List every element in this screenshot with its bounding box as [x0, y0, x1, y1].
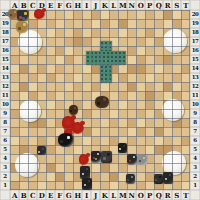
cell-L7[interactable] [109, 127, 118, 136]
cell-K19[interactable] [100, 19, 109, 28]
cell-N13[interactable] [127, 73, 136, 82]
cell-R6[interactable] [163, 136, 172, 145]
cell-T11[interactable] [181, 91, 190, 100]
cell-H13[interactable] [73, 73, 82, 82]
cell-P19[interactable] [145, 19, 154, 28]
cell-B1[interactable] [19, 181, 28, 190]
cell-M14[interactable] [118, 64, 127, 73]
cell-Q12[interactable] [154, 82, 163, 91]
cell-O17[interactable] [136, 37, 145, 46]
cell-N19[interactable] [127, 19, 136, 28]
cell-T7[interactable] [181, 127, 190, 136]
cell-F13[interactable] [55, 73, 64, 82]
cell-T13[interactable] [181, 73, 190, 82]
cell-S19[interactable] [172, 19, 181, 28]
cell-O12[interactable] [136, 82, 145, 91]
piece-spider-K10[interactable] [95, 96, 109, 108]
cell-Q14[interactable] [154, 64, 163, 73]
cell-L10[interactable] [109, 100, 118, 109]
cell-N7[interactable] [127, 127, 136, 136]
cell-L1[interactable] [109, 181, 118, 190]
cell-H18[interactable] [73, 28, 82, 37]
cell-M9[interactable] [118, 109, 127, 118]
cell-A5[interactable] [10, 145, 19, 154]
cell-M3[interactable] [118, 163, 127, 172]
cell-I11[interactable] [82, 91, 91, 100]
cell-I12[interactable] [82, 82, 91, 91]
cell-N9[interactable] [127, 109, 136, 118]
cell-G12[interactable] [64, 82, 73, 91]
piece-accent [86, 168, 88, 170]
cell-A14[interactable] [10, 64, 19, 73]
piece-accent [82, 173, 84, 175]
cell-N8[interactable] [127, 118, 136, 127]
cell-A10[interactable] [10, 100, 19, 109]
cell-J2[interactable] [91, 172, 100, 181]
cell-I9[interactable] [82, 109, 91, 118]
cell-B7[interactable] [19, 127, 28, 136]
col-label-H-bottom: H [73, 190, 82, 200]
cell-H1[interactable] [73, 181, 82, 190]
cell-F17[interactable] [55, 37, 64, 46]
piece-accent [97, 102, 100, 105]
cell-Q6[interactable] [154, 136, 163, 145]
cell-J6[interactable] [91, 136, 100, 145]
cell-G20[interactable] [64, 10, 73, 19]
cell-O19[interactable] [136, 19, 145, 28]
cell-T12[interactable] [181, 82, 190, 91]
cell-O9[interactable] [136, 109, 145, 118]
cell-G15[interactable] [64, 55, 73, 64]
cell-L6[interactable] [109, 136, 118, 145]
cell-O7[interactable] [136, 127, 145, 136]
cell-C14[interactable] [28, 64, 37, 73]
cell-L19[interactable] [109, 19, 118, 28]
cell-L3[interactable] [109, 163, 118, 172]
cell-G1[interactable] [64, 181, 73, 190]
blood-splatter-H8 [72, 122, 84, 134]
cell-P14[interactable] [145, 64, 154, 73]
cell-D6[interactable] [37, 136, 46, 145]
cell-Q18[interactable] [154, 28, 163, 37]
cell-O20[interactable] [136, 10, 145, 19]
cell-M10[interactable] [118, 100, 127, 109]
cell-C6[interactable] [28, 136, 37, 145]
cell-O16[interactable] [136, 46, 145, 55]
cell-M18[interactable] [118, 28, 127, 37]
cell-Q7[interactable] [154, 127, 163, 136]
cell-J13[interactable] [91, 73, 100, 82]
cell-E10[interactable] [46, 100, 55, 109]
cell-F2[interactable] [55, 172, 64, 181]
cell-H12[interactable] [73, 82, 82, 91]
cell-E4[interactable] [46, 154, 55, 163]
cell-D8[interactable] [37, 118, 46, 127]
cell-L11[interactable] [109, 91, 118, 100]
cell-N18[interactable] [127, 28, 136, 37]
cell-O18[interactable] [136, 28, 145, 37]
piece-chevron-dark-unit-I1[interactable] [82, 178, 92, 190]
cell-S15[interactable] [172, 55, 181, 64]
cell-F12[interactable] [55, 82, 64, 91]
piece-grey-unit-O4[interactable] [137, 155, 147, 165]
col-label-B-bottom: B [19, 190, 28, 200]
cell-Q13[interactable] [154, 73, 163, 82]
cell-S6[interactable] [172, 136, 181, 145]
cell-A15[interactable] [10, 55, 19, 64]
cell-P7[interactable] [145, 127, 154, 136]
cell-I10[interactable] [82, 100, 91, 109]
cell-M11[interactable] [118, 91, 127, 100]
piece-red-white-unit-N4[interactable] [127, 154, 137, 165]
cell-B15[interactable] [19, 55, 28, 64]
cell-D14[interactable] [37, 64, 46, 73]
cell-R14[interactable] [163, 64, 172, 73]
cell-B14[interactable] [19, 64, 28, 73]
piece-skull-unit-M5[interactable] [118, 143, 127, 153]
cell-E13[interactable] [46, 73, 55, 82]
corner-tile-ne [190, 0, 200, 10]
cell-F11[interactable] [55, 91, 64, 100]
cell-P12[interactable] [145, 82, 154, 91]
cell-I17[interactable] [82, 37, 91, 46]
cell-G18[interactable] [64, 28, 73, 37]
cell-E9[interactable] [46, 109, 55, 118]
cell-M4[interactable] [118, 154, 127, 163]
piece-rubble-pile-B19[interactable] [16, 21, 28, 33]
cell-P10[interactable] [145, 100, 154, 109]
cell-J8[interactable] [91, 118, 100, 127]
cell-H5[interactable] [73, 145, 82, 154]
cell-P18[interactable] [145, 28, 154, 37]
cell-M7[interactable] [118, 127, 127, 136]
cell-D11[interactable] [37, 91, 46, 100]
cell-N15[interactable] [127, 55, 136, 64]
cell-T5[interactable] [181, 145, 190, 154]
cell-F9[interactable] [55, 109, 64, 118]
cell-R15[interactable] [163, 55, 172, 64]
cell-N14[interactable] [127, 64, 136, 73]
cell-P8[interactable] [145, 118, 154, 127]
cell-O14[interactable] [136, 64, 145, 73]
cell-C11[interactable] [28, 91, 37, 100]
cell-O1[interactable] [136, 181, 145, 190]
cell-T14[interactable] [181, 64, 190, 73]
cell-B11[interactable] [19, 91, 28, 100]
cell-H20[interactable] [73, 10, 82, 19]
cell-M13[interactable] [118, 73, 127, 82]
cell-G4[interactable] [64, 154, 73, 163]
cell-F1[interactable] [55, 181, 64, 190]
cell-H16[interactable] [73, 46, 82, 55]
row-label-19-left: 19 [0, 19, 10, 28]
cell-R13[interactable] [163, 73, 172, 82]
cell-F14[interactable] [55, 64, 64, 73]
col-label-A-bottom: A [10, 190, 19, 200]
cell-H17[interactable] [73, 37, 82, 46]
cell-S13[interactable] [172, 73, 181, 82]
cell-J7[interactable] [91, 127, 100, 136]
cell-E20[interactable] [46, 10, 55, 19]
cell-I6[interactable] [82, 136, 91, 145]
cell-A12[interactable] [10, 82, 19, 91]
cell-C15[interactable] [28, 55, 37, 64]
row-label-7-right: 7 [190, 127, 200, 136]
cell-K9[interactable] [100, 109, 109, 118]
cell-L9[interactable] [109, 109, 118, 118]
cell-O11[interactable] [136, 91, 145, 100]
cell-D13[interactable] [37, 73, 46, 82]
cell-C7[interactable] [28, 127, 37, 136]
cell-M8[interactable] [118, 118, 127, 127]
cell-P11[interactable] [145, 91, 154, 100]
cell-J9[interactable] [91, 109, 100, 118]
cell-L8[interactable] [109, 118, 118, 127]
cell-I14[interactable] [82, 64, 91, 73]
cell-I19[interactable] [82, 19, 91, 28]
col-label-L-bottom: L [109, 190, 118, 200]
cell-H19[interactable] [73, 19, 82, 28]
cell-L2[interactable] [109, 172, 118, 181]
cell-D15[interactable] [37, 55, 46, 64]
cell-E15[interactable] [46, 55, 55, 64]
cell-D7[interactable] [37, 127, 46, 136]
cell-G13[interactable] [64, 73, 73, 82]
cell-K20[interactable] [100, 10, 109, 19]
cell-E3[interactable] [46, 163, 55, 172]
cell-E19[interactable] [46, 19, 55, 28]
cell-A1[interactable] [10, 181, 19, 190]
cell-O13[interactable] [136, 73, 145, 82]
cell-L20[interactable] [109, 10, 118, 19]
cell-T15[interactable] [181, 55, 190, 64]
cell-I18[interactable] [82, 28, 91, 37]
cell-C19[interactable] [28, 19, 37, 28]
cell-M12[interactable] [118, 82, 127, 91]
cell-O10[interactable] [136, 100, 145, 109]
piece-speckled-dark-unit-D5[interactable] [37, 146, 46, 155]
col-label-F-bottom: F [55, 190, 64, 200]
cell-E12[interactable] [46, 82, 55, 91]
cell-D19[interactable] [37, 19, 46, 28]
cell-Q16[interactable] [154, 46, 163, 55]
cell-G14[interactable] [64, 64, 73, 73]
cell-N6[interactable] [127, 136, 136, 145]
cell-A13[interactable] [10, 73, 19, 82]
cell-E8[interactable] [46, 118, 55, 127]
cell-J19[interactable] [91, 19, 100, 28]
cell-J14[interactable] [91, 64, 100, 73]
piece-walking-figure-H9[interactable] [69, 105, 78, 115]
cell-T6[interactable] [181, 136, 190, 145]
cell-S7[interactable] [172, 127, 181, 136]
cell-C13[interactable] [28, 73, 37, 82]
cell-O5[interactable] [136, 145, 145, 154]
cell-F4[interactable] [55, 154, 64, 163]
cell-E6[interactable] [46, 136, 55, 145]
cell-L18[interactable] [109, 28, 118, 37]
cell-Q17[interactable] [154, 37, 163, 46]
cell-R20[interactable] [163, 10, 172, 19]
cell-T8[interactable] [181, 118, 190, 127]
cell-K2[interactable] [100, 172, 109, 181]
cell-G2[interactable] [64, 172, 73, 181]
cell-E5[interactable] [46, 145, 55, 154]
cell-G17[interactable] [64, 37, 73, 46]
cell-J12[interactable] [91, 82, 100, 91]
cell-R12[interactable] [163, 82, 172, 91]
cell-J20[interactable] [91, 10, 100, 19]
cell-S14[interactable] [172, 64, 181, 73]
cell-L12[interactable] [109, 82, 118, 91]
piece-dark-mottled-unit-K4[interactable] [101, 151, 112, 163]
cell-S20[interactable] [172, 10, 181, 19]
cell-F10[interactable] [55, 100, 64, 109]
cell-G16[interactable] [64, 46, 73, 55]
cell-G19[interactable] [64, 19, 73, 28]
cell-E7[interactable] [46, 127, 55, 136]
cell-F19[interactable] [55, 19, 64, 28]
cell-E18[interactable] [46, 28, 55, 37]
cell-P5[interactable] [145, 145, 154, 154]
cell-M17[interactable] [118, 37, 127, 46]
cell-I20[interactable] [82, 10, 91, 19]
cell-N10[interactable] [127, 100, 136, 109]
piece-banner-unit-B20[interactable] [17, 10, 29, 21]
piece-spotted-dark-unit-R2[interactable] [163, 172, 173, 184]
cell-B6[interactable] [19, 136, 28, 145]
cell-E14[interactable] [46, 64, 55, 73]
piece-accent [67, 136, 70, 139]
cell-P6[interactable] [145, 136, 154, 145]
cell-A9[interactable] [10, 109, 19, 118]
cell-N11[interactable] [127, 91, 136, 100]
cell-G11[interactable] [64, 91, 73, 100]
cell-P1[interactable] [145, 181, 154, 190]
cell-O6[interactable] [136, 136, 145, 145]
cell-D12[interactable] [37, 82, 46, 91]
cell-B12[interactable] [19, 82, 28, 91]
cell-C1[interactable] [28, 181, 37, 190]
cell-F20[interactable] [55, 10, 64, 19]
piece-red-banner-unit-J4[interactable] [91, 151, 101, 163]
cell-S1[interactable] [172, 181, 181, 190]
cell-D2[interactable] [37, 172, 46, 181]
cell-R7[interactable] [163, 127, 172, 136]
cell-Q20[interactable] [154, 10, 163, 19]
cell-H11[interactable] [73, 91, 82, 100]
cell-K6[interactable] [100, 136, 109, 145]
cell-Q19[interactable] [154, 19, 163, 28]
cell-M19[interactable] [118, 19, 127, 28]
cell-A7[interactable] [10, 127, 19, 136]
cell-N12[interactable] [127, 82, 136, 91]
cell-E1[interactable] [46, 181, 55, 190]
col-label-J-top: J [91, 0, 100, 10]
green-cross-terrain-horizontal [86, 51, 126, 65]
cell-J1[interactable] [91, 181, 100, 190]
cell-K12[interactable] [100, 82, 109, 91]
cell-J18[interactable] [91, 28, 100, 37]
cell-Q11[interactable] [154, 91, 163, 100]
cell-K1[interactable] [100, 181, 109, 190]
cell-B13[interactable] [19, 73, 28, 82]
cell-K8[interactable] [100, 118, 109, 127]
cell-P13[interactable] [145, 73, 154, 82]
cell-K18[interactable] [100, 28, 109, 37]
cell-M20[interactable] [118, 10, 127, 19]
cell-F3[interactable] [55, 163, 64, 172]
cell-A11[interactable] [10, 91, 19, 100]
cell-S12[interactable] [172, 82, 181, 91]
cell-H15[interactable] [73, 55, 82, 64]
cell-T2[interactable] [181, 172, 190, 181]
cell-O2[interactable] [136, 172, 145, 181]
cell-K7[interactable] [100, 127, 109, 136]
cell-C12[interactable] [28, 82, 37, 91]
cell-K3[interactable] [100, 163, 109, 172]
row-label-13-left: 13 [0, 73, 10, 82]
cell-Q15[interactable] [154, 55, 163, 64]
cell-P2[interactable] [145, 172, 154, 181]
piece-black-blob-creature-F6[interactable] [58, 133, 74, 147]
cell-A16[interactable] [10, 46, 19, 55]
cell-A8[interactable] [10, 118, 19, 127]
cell-P9[interactable] [145, 109, 154, 118]
cell-F18[interactable] [55, 28, 64, 37]
cell-Q8[interactable] [154, 118, 163, 127]
cell-Q5[interactable] [154, 145, 163, 154]
col-label-S-top: S [172, 0, 181, 10]
cell-E16[interactable] [46, 46, 55, 55]
cell-H6[interactable] [73, 136, 82, 145]
piece-dark-unit-Q2[interactable] [154, 174, 163, 184]
row-label-4-right: 4 [190, 154, 200, 163]
cell-T1[interactable] [181, 181, 190, 190]
cell-R19[interactable] [163, 19, 172, 28]
cell-T19[interactable] [181, 19, 190, 28]
cell-E2[interactable] [46, 172, 55, 181]
piece-accent [159, 176, 161, 178]
piece-dark-unit-N2[interactable] [126, 174, 135, 184]
cell-I13[interactable] [82, 73, 91, 82]
cell-N5[interactable] [127, 145, 136, 154]
cell-E17[interactable] [46, 37, 55, 46]
cell-J3[interactable] [91, 163, 100, 172]
cell-P15[interactable] [145, 55, 154, 64]
cell-A6[interactable] [10, 136, 19, 145]
cell-N17[interactable] [127, 37, 136, 46]
row-label-8-right: 8 [190, 118, 200, 127]
cell-G3[interactable] [64, 163, 73, 172]
cell-P17[interactable] [145, 37, 154, 46]
cell-H14[interactable] [73, 64, 82, 73]
cell-P16[interactable] [145, 46, 154, 55]
cell-N16[interactable] [127, 46, 136, 55]
corner-tile-nw [0, 0, 10, 10]
cell-T20[interactable] [181, 10, 190, 19]
cell-F15[interactable] [55, 55, 64, 64]
cell-F16[interactable] [55, 46, 64, 55]
cell-J17[interactable] [91, 37, 100, 46]
cell-O8[interactable] [136, 118, 145, 127]
cell-O15[interactable] [136, 55, 145, 64]
cell-N20[interactable] [127, 10, 136, 19]
cell-D1[interactable] [37, 181, 46, 190]
cell-E11[interactable] [46, 91, 55, 100]
cell-P20[interactable] [145, 10, 154, 19]
piece-accent [97, 153, 99, 155]
